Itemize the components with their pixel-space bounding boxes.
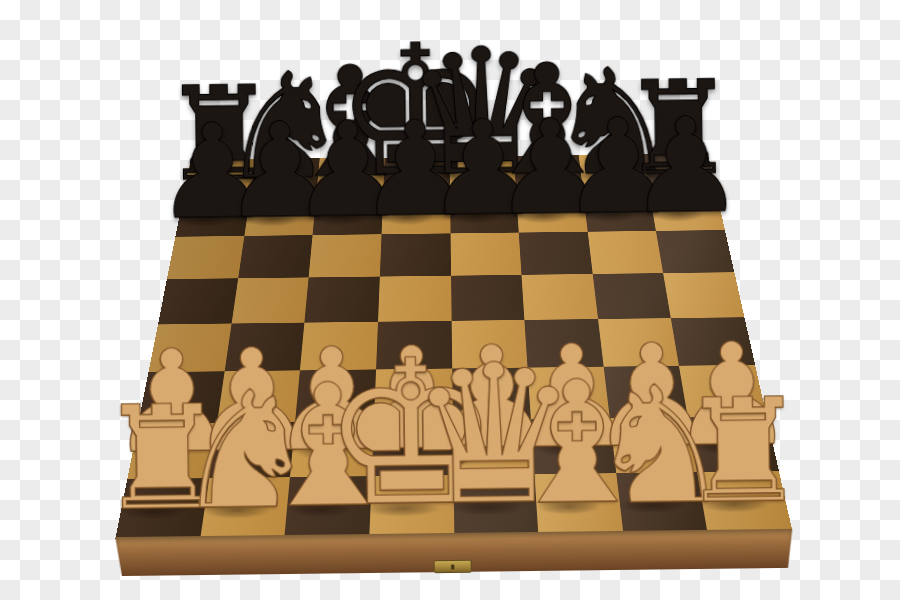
transparent-checker-background: ♜♞♝♚♛♝♞♜♟♟♟♟♟♟♟♟♟♟♟♟♟♟♟♟♜♞♝♚♛♝♞♜ (0, 0, 900, 600)
chess-set-photo: ♜♞♝♚♛♝♞♜♟♟♟♟♟♟♟♟♟♟♟♟♟♟♟♟♜♞♝♚♛♝♞♜ (0, 0, 900, 600)
white-rook-h1: ♜ (678, 380, 808, 524)
black-pawn-h7: ♟ (627, 100, 746, 232)
pieces-layer: ♜♞♝♚♛♝♞♜♟♟♟♟♟♟♟♟♟♟♟♟♟♟♟♟♜♞♝♚♛♝♞♜ (0, 0, 900, 600)
